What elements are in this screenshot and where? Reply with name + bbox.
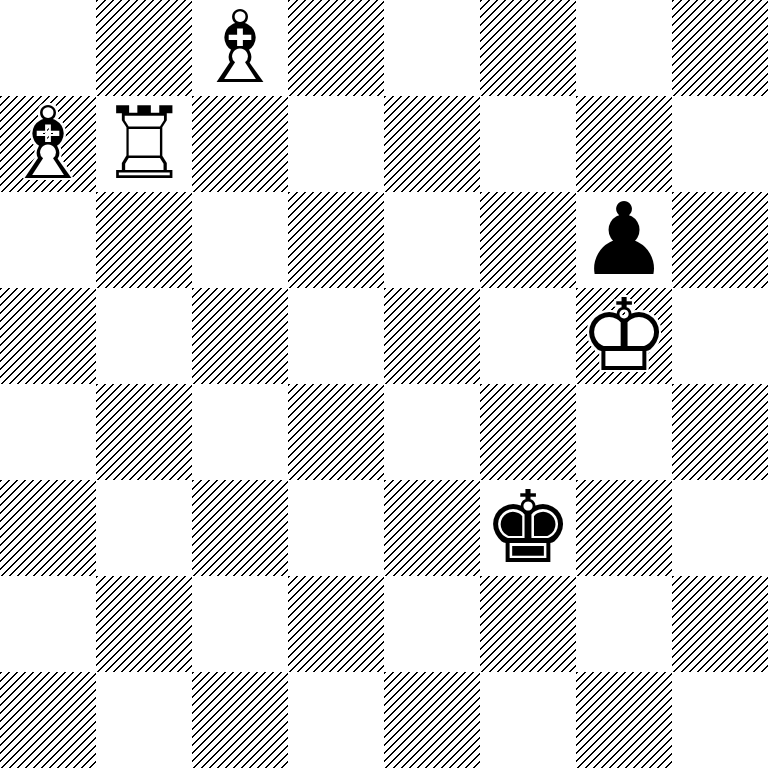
square-b7[interactable]: ♜♖ <box>96 96 192 192</box>
square-g7[interactable] <box>576 96 672 192</box>
square-d6[interactable] <box>288 192 384 288</box>
square-b6[interactable] <box>96 192 192 288</box>
square-a8[interactable] <box>0 0 96 96</box>
square-g6[interactable]: ♟♟ <box>576 192 672 288</box>
square-b1[interactable] <box>96 672 192 768</box>
square-d5[interactable] <box>288 288 384 384</box>
white-bishop-icon: ♗ <box>192 0 288 96</box>
square-g1[interactable] <box>576 672 672 768</box>
square-h7[interactable] <box>672 96 768 192</box>
square-c2[interactable] <box>192 576 288 672</box>
square-e7[interactable] <box>384 96 480 192</box>
square-d7[interactable] <box>288 96 384 192</box>
square-a6[interactable] <box>0 192 96 288</box>
square-b3[interactable] <box>96 480 192 576</box>
white-bishop-icon: ♗ <box>0 96 96 192</box>
square-h8[interactable] <box>672 0 768 96</box>
square-g4[interactable] <box>576 384 672 480</box>
chess-board: ♝♗♝♗♜♖♟♟♚♔♚♚ <box>0 0 768 768</box>
square-f7[interactable] <box>480 96 576 192</box>
square-c1[interactable] <box>192 672 288 768</box>
square-e6[interactable] <box>384 192 480 288</box>
square-f1[interactable] <box>480 672 576 768</box>
square-f3[interactable]: ♚♚ <box>480 480 576 576</box>
square-h6[interactable] <box>672 192 768 288</box>
square-e5[interactable] <box>384 288 480 384</box>
square-c4[interactable] <box>192 384 288 480</box>
square-d2[interactable] <box>288 576 384 672</box>
piece-white-bishop[interactable]: ♝♗ <box>192 0 288 96</box>
piece-white-rook[interactable]: ♜♖ <box>96 96 192 192</box>
square-c7[interactable] <box>192 96 288 192</box>
square-a5[interactable] <box>0 288 96 384</box>
square-d1[interactable] <box>288 672 384 768</box>
piece-black-king[interactable]: ♚♚ <box>480 480 576 576</box>
square-b2[interactable] <box>96 576 192 672</box>
square-g2[interactable] <box>576 576 672 672</box>
square-b4[interactable] <box>96 384 192 480</box>
square-b8[interactable] <box>96 0 192 96</box>
square-h2[interactable] <box>672 576 768 672</box>
square-g8[interactable] <box>576 0 672 96</box>
square-e4[interactable] <box>384 384 480 480</box>
square-d3[interactable] <box>288 480 384 576</box>
square-h5[interactable] <box>672 288 768 384</box>
square-h1[interactable] <box>672 672 768 768</box>
square-f4[interactable] <box>480 384 576 480</box>
square-d4[interactable] <box>288 384 384 480</box>
piece-white-bishop[interactable]: ♝♗ <box>0 96 96 192</box>
square-a1[interactable] <box>0 672 96 768</box>
piece-white-king[interactable]: ♚♔ <box>576 288 672 384</box>
black-pawn-icon: ♟ <box>576 192 672 288</box>
square-e2[interactable] <box>384 576 480 672</box>
square-b5[interactable] <box>96 288 192 384</box>
square-g5[interactable]: ♚♔ <box>576 288 672 384</box>
square-g3[interactable] <box>576 480 672 576</box>
square-a7[interactable]: ♝♗ <box>0 96 96 192</box>
square-c5[interactable] <box>192 288 288 384</box>
square-f8[interactable] <box>480 0 576 96</box>
square-h4[interactable] <box>672 384 768 480</box>
piece-black-pawn[interactable]: ♟♟ <box>576 192 672 288</box>
square-a4[interactable] <box>0 384 96 480</box>
square-f2[interactable] <box>480 576 576 672</box>
square-f6[interactable] <box>480 192 576 288</box>
square-e1[interactable] <box>384 672 480 768</box>
square-c8[interactable]: ♝♗ <box>192 0 288 96</box>
square-a3[interactable] <box>0 480 96 576</box>
square-d8[interactable] <box>288 0 384 96</box>
white-rook-icon: ♖ <box>96 96 192 192</box>
white-king-icon: ♔ <box>576 288 672 384</box>
square-f5[interactable] <box>480 288 576 384</box>
square-c6[interactable] <box>192 192 288 288</box>
black-king-icon: ♚ <box>480 480 576 576</box>
square-e3[interactable] <box>384 480 480 576</box>
square-h3[interactable] <box>672 480 768 576</box>
square-a2[interactable] <box>0 576 96 672</box>
square-c3[interactable] <box>192 480 288 576</box>
square-e8[interactable] <box>384 0 480 96</box>
